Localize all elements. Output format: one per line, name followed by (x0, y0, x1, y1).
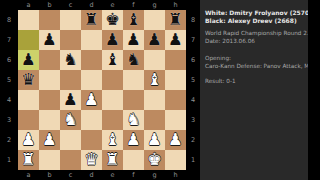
black-knight-f6: ♞ (126, 50, 141, 70)
square-c4: ♟ (60, 90, 81, 110)
rank-label-1: 1 (0, 150, 18, 170)
black-player-line: Black: Alexey Dreev (2668) (205, 17, 297, 24)
square-d2 (81, 130, 102, 150)
black-knight-c6: ♞ (63, 50, 78, 70)
square-e2: ♝ (102, 130, 123, 150)
square-b3 (39, 110, 60, 130)
square-h1 (165, 150, 186, 170)
white-pawn-b2: ♟ (42, 130, 57, 150)
rank-label-2: 2 (186, 130, 200, 150)
square-h7: ♟ (165, 30, 186, 50)
rank-label-7: 7 (186, 30, 200, 50)
square-e4 (102, 90, 123, 110)
chess-board-area: abcdefgh 87654321 ♜♚♝♜♟♟♟♟♟♟♞♝♞♛♝♟♟♞♞♟♟♝… (0, 0, 200, 180)
rank-label-2: 2 (0, 130, 18, 150)
file-label-g: g (144, 170, 165, 180)
square-d8: ♜ (81, 10, 102, 30)
black-rook-h8: ♜ (168, 10, 183, 30)
square-g6 (144, 50, 165, 70)
square-c7 (60, 30, 81, 50)
square-g7: ♟ (144, 30, 165, 50)
square-c1 (60, 150, 81, 170)
file-label-f: f (123, 0, 144, 10)
square-c6: ♞ (60, 50, 81, 70)
rank-label-3: 3 (186, 110, 200, 130)
square-d3 (81, 110, 102, 130)
white-knight-f3: ♞ (126, 110, 141, 130)
event-line: World Rapid Championship Round 2.5 (205, 30, 308, 36)
square-f1 (123, 150, 144, 170)
square-a3 (18, 110, 39, 130)
black-pawn-e7: ♟ (105, 30, 120, 50)
square-d5 (81, 70, 102, 90)
rank-labels-right: 87654321 (186, 10, 200, 170)
square-d7 (81, 30, 102, 50)
black-pawn-f7: ♟ (126, 30, 141, 50)
file-label-e: e (102, 170, 123, 180)
square-a4 (18, 90, 39, 110)
square-g2: ♟ (144, 130, 165, 150)
white-bishop-e2: ♝ (105, 130, 120, 150)
square-f3: ♞ (123, 110, 144, 130)
square-h6 (165, 50, 186, 70)
rank-label-6: 6 (186, 50, 200, 70)
square-f8: ♝ (123, 10, 144, 30)
file-label-h: h (165, 170, 186, 180)
white-pawn-a2: ♟ (21, 130, 36, 150)
square-g5: ♝ (144, 70, 165, 90)
square-g1: ♚ (144, 150, 165, 170)
rank-label-5: 5 (0, 70, 18, 90)
chess-board: ♜♚♝♜♟♟♟♟♟♟♞♝♞♛♝♟♟♞♞♟♟♝♟♟♟♜♛♜♚ (18, 10, 186, 170)
square-a7 (18, 30, 39, 50)
square-b6 (39, 50, 60, 70)
rank-label-4: 4 (0, 90, 18, 110)
file-label-b: b (39, 0, 60, 10)
square-f6: ♞ (123, 50, 144, 70)
square-b4 (39, 90, 60, 110)
file-labels-bottom: abcdefgh (18, 170, 186, 180)
black-rook-d8: ♜ (84, 10, 99, 30)
white-bishop-g5: ♝ (147, 70, 162, 90)
file-label-c: c (60, 170, 81, 180)
game-info-panel: White: Dmitry Frolyanov (2570) Black: Al… (200, 0, 308, 180)
black-bishop-e6: ♝ (105, 50, 120, 70)
rank-label-3: 3 (0, 110, 18, 130)
rank-label-1: 1 (186, 150, 200, 170)
square-b5 (39, 70, 60, 90)
black-king-e8: ♚ (105, 10, 120, 30)
white-knight-c3: ♞ (63, 110, 78, 130)
square-c8 (60, 10, 81, 30)
square-a5: ♛ (18, 70, 39, 90)
square-a1: ♜ (18, 150, 39, 170)
square-e6: ♝ (102, 50, 123, 70)
rank-label-6: 6 (0, 50, 18, 70)
square-h8: ♜ (165, 10, 186, 30)
file-label-a: a (18, 170, 39, 180)
square-g8 (144, 10, 165, 30)
result-line: Result: 0-1 (205, 78, 236, 84)
rank-label-7: 7 (0, 30, 18, 50)
file-label-e: e (102, 0, 123, 10)
white-rook-e1: ♜ (105, 150, 120, 170)
file-label-c: c (60, 0, 81, 10)
file-label-h: h (165, 0, 186, 10)
white-rook-a1: ♜ (21, 150, 36, 170)
rank-label-8: 8 (186, 10, 200, 30)
white-pawn-g2: ♟ (147, 130, 162, 150)
square-b7: ♟ (39, 30, 60, 50)
white-pawn-f2: ♟ (126, 130, 141, 150)
square-g3 (144, 110, 165, 130)
white-pawn-h2: ♟ (168, 130, 183, 150)
rank-label-8: 8 (0, 10, 18, 30)
square-a6: ♟ (18, 50, 39, 70)
right-black-strip (308, 0, 320, 180)
square-e3 (102, 110, 123, 130)
date-line: Date: 2013.06.06 (205, 38, 255, 44)
square-e1: ♜ (102, 150, 123, 170)
file-label-f: f (123, 170, 144, 180)
chess-thumbnail: abcdefgh 87654321 ♜♚♝♜♟♟♟♟♟♟♞♝♞♛♝♟♟♞♞♟♟♝… (0, 0, 320, 180)
square-f4 (123, 90, 144, 110)
square-a8 (18, 10, 39, 30)
square-g4 (144, 90, 165, 110)
rank-labels-left: 87654321 (0, 10, 18, 170)
black-pawn-g7: ♟ (147, 30, 162, 50)
square-h3 (165, 110, 186, 130)
white-pawn-d4: ♟ (84, 90, 99, 110)
file-label-b: b (39, 170, 60, 180)
square-c5 (60, 70, 81, 90)
square-h5 (165, 70, 186, 90)
square-b2: ♟ (39, 130, 60, 150)
square-f7: ♟ (123, 30, 144, 50)
square-e7: ♟ (102, 30, 123, 50)
black-queen-a5: ♛ (21, 70, 36, 90)
square-c2 (60, 130, 81, 150)
white-king-g1: ♚ (147, 150, 162, 170)
white-queen-d1: ♛ (84, 150, 99, 170)
opening-label: Opening: (205, 55, 231, 61)
black-pawn-c4: ♟ (63, 90, 78, 110)
square-f2: ♟ (123, 130, 144, 150)
opening-name: Caro-Kann Defense: Panov Attack, Modern … (205, 63, 308, 69)
file-label-d: d (81, 0, 102, 10)
black-pawn-h7: ♟ (168, 30, 183, 50)
black-bishop-f8: ♝ (126, 10, 141, 30)
square-b1 (39, 150, 60, 170)
square-h4 (165, 90, 186, 110)
file-label-d: d (81, 170, 102, 180)
square-e8: ♚ (102, 10, 123, 30)
rank-label-4: 4 (186, 90, 200, 110)
file-label-a: a (18, 0, 39, 10)
square-c3: ♞ (60, 110, 81, 130)
black-pawn-b7: ♟ (42, 30, 57, 50)
square-d1: ♛ (81, 150, 102, 170)
square-h2: ♟ (165, 130, 186, 150)
square-d6 (81, 50, 102, 70)
square-a2: ♟ (18, 130, 39, 150)
square-f5 (123, 70, 144, 90)
rank-label-5: 5 (186, 70, 200, 90)
file-labels-top: abcdefgh (18, 0, 186, 10)
square-e5 (102, 70, 123, 90)
square-d4: ♟ (81, 90, 102, 110)
square-b8 (39, 10, 60, 30)
file-label-g: g (144, 0, 165, 10)
black-pawn-a6: ♟ (21, 50, 36, 70)
white-player-line: White: Dmitry Frolyanov (2570) (205, 9, 308, 16)
